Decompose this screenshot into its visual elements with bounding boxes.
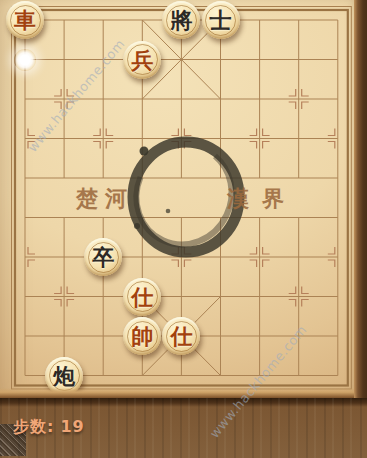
wood-frame-right (354, 0, 367, 400)
step-counter: 步数: 19 (13, 417, 85, 438)
piece-character: 兵 (131, 49, 153, 71)
step-counter-value: 19 (60, 417, 84, 438)
piece-character: 炮 (53, 365, 75, 387)
last-move-indicator (14, 49, 36, 71)
piece-red-仕[interactable]: 仕 (162, 317, 200, 355)
xiangqi-app-screen: 楚河 漢界 車兵仕帥仕將士卒炮 步数: 19 www.hackhome.com … (0, 0, 367, 458)
piece-character: 帥 (131, 325, 153, 347)
piece-black-士[interactable]: 士 (202, 1, 240, 39)
piece-red-兵[interactable]: 兵 (123, 41, 161, 79)
piece-character: 卒 (92, 246, 114, 268)
piece-black-卒[interactable]: 卒 (84, 238, 122, 276)
piece-character: 車 (14, 9, 36, 31)
piece-red-帥[interactable]: 帥 (123, 317, 161, 355)
piece-character: 仕 (170, 325, 192, 347)
piece-black-將[interactable]: 將 (162, 1, 200, 39)
piece-character: 仕 (131, 286, 153, 308)
piece-character: 將 (170, 9, 192, 31)
piece-red-車[interactable]: 車 (6, 1, 44, 39)
piece-red-仕[interactable]: 仕 (123, 278, 161, 316)
piece-character: 士 (210, 9, 232, 31)
piece-grid: 車兵仕帥仕將士卒炮 (6, 1, 358, 396)
step-counter-label: 步数: (13, 417, 54, 438)
